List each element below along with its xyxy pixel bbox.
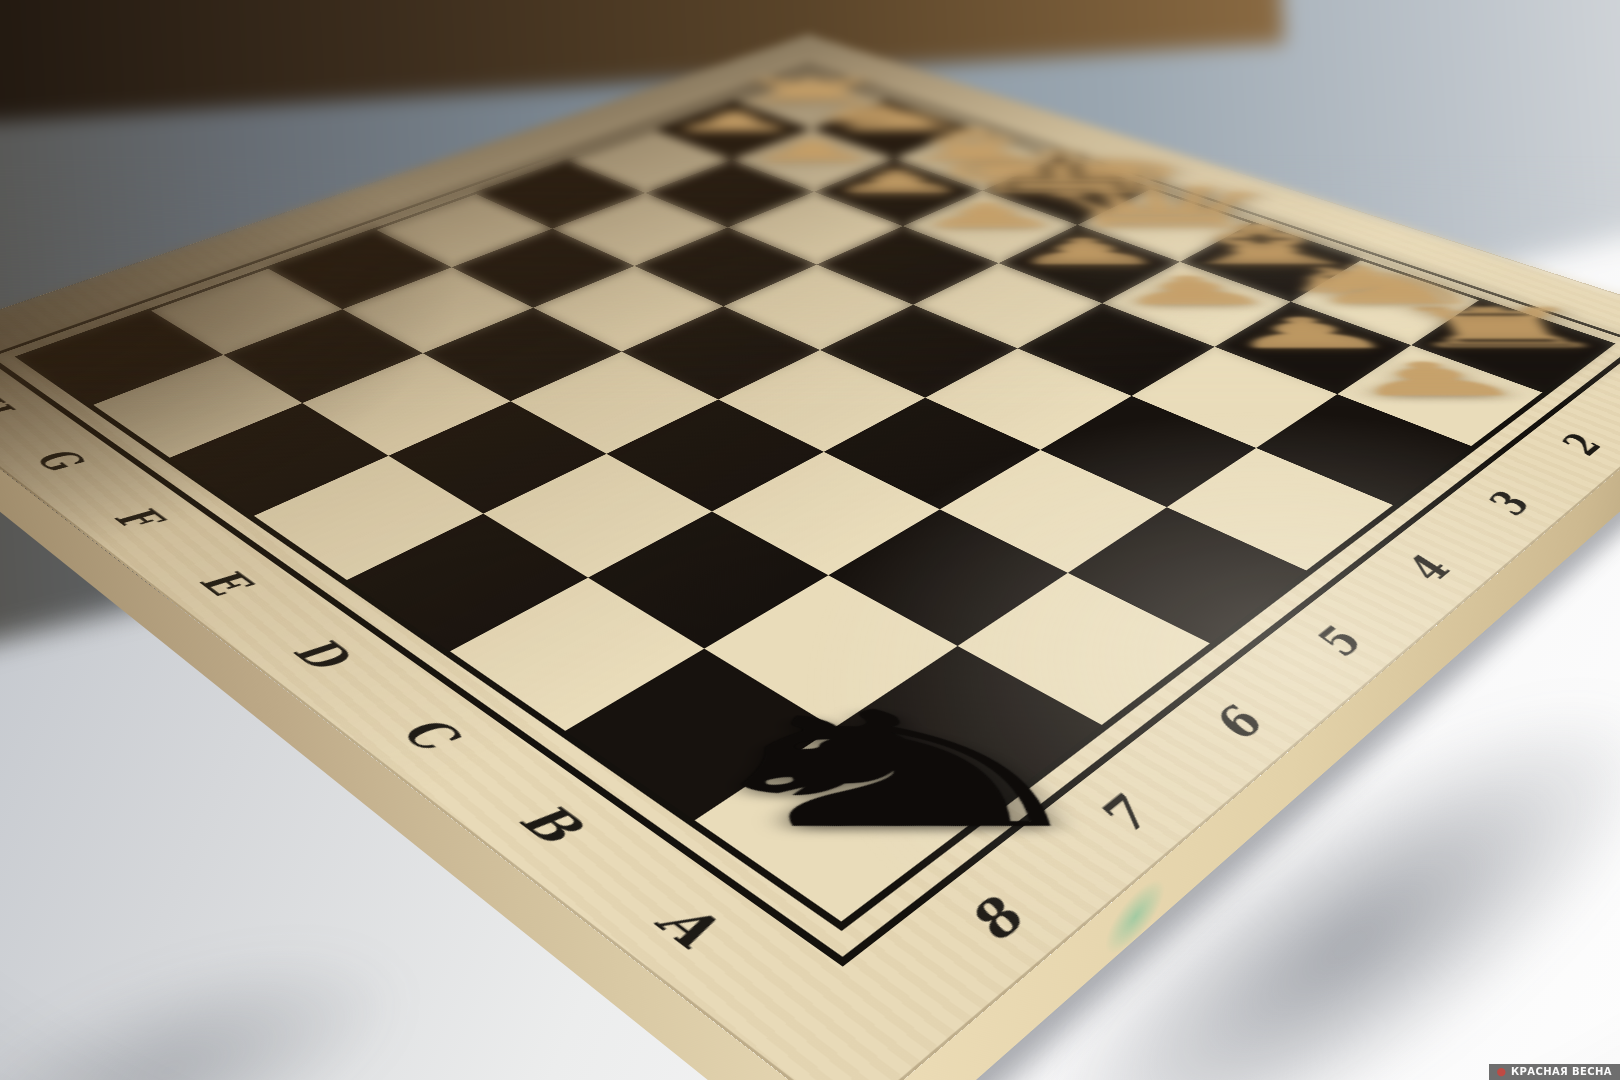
rank-label-2: 2 [1525,418,1620,475]
rank-label-3: 3 [1450,474,1566,537]
square-a3 [1256,394,1471,505]
watermark-text: КРАСНАЯ ВЕСНА [1511,1064,1612,1080]
square-f7 [302,353,510,455]
photo-scene: HGFEDCBA87654321 ♞♜♞♝♛♚♝♞♜♟♟♟♟♟♟♟♟ ● КРА… [0,0,1620,1080]
square-g8 [93,355,302,458]
square-a8 [695,728,980,922]
square-e6 [511,352,719,454]
square-b8 [565,649,834,821]
square-c6 [712,452,940,575]
square-b4 [1040,396,1256,507]
file-label-f: F [78,487,196,551]
square-a4 [1167,448,1393,571]
square-d6 [607,399,824,511]
square-a6 [958,573,1210,725]
square-a7 [834,646,1102,817]
square-d7 [483,454,712,578]
watermark: ● КРАСНАЯ ВЕСНА [1489,1064,1620,1080]
square-b7 [704,575,957,728]
square-b6 [828,509,1067,646]
square-c8 [450,578,704,731]
square-e8 [254,456,483,580]
square-d5 [718,350,925,452]
square-d8 [347,514,588,652]
square-c5 [824,398,1041,510]
watermark-dot-icon: ● [1496,1064,1506,1080]
square-b5 [940,450,1167,573]
square-a5 [1068,507,1307,643]
square-c7 [588,512,828,649]
file-label-g: G [2,431,115,489]
square-c4 [925,348,1131,450]
square-e7 [389,401,607,513]
square-f8 [170,403,389,516]
